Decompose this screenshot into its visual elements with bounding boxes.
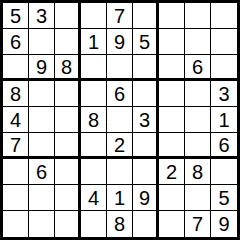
sudoku-cell-r2c3[interactable] [55,29,81,55]
sudoku-cell-r3c8: 6 [185,55,211,81]
sudoku-cell-r7c2: 6 [29,159,55,185]
sudoku-cell-r1c5: 7 [107,3,133,29]
sudoku-board: 537619598686348317266284195879 [0,0,240,240]
sudoku-cell-r7c4[interactable] [81,159,107,185]
sudoku-cell-r3c6[interactable] [133,55,159,81]
sudoku-cell-r6c7[interactable] [159,133,185,159]
sudoku-cell-r1c7[interactable] [159,3,185,29]
sudoku-cell-r2c2[interactable] [29,29,55,55]
sudoku-cell-r6c2[interactable] [29,133,55,159]
sudoku-cell-r9c8: 7 [185,211,211,237]
sudoku-cell-r9c2[interactable] [29,211,55,237]
sudoku-cell-r6c6[interactable] [133,133,159,159]
sudoku-cell-r8c3[interactable] [55,185,81,211]
sudoku-cell-r5c8[interactable] [185,107,211,133]
sudoku-cell-r2c8[interactable] [185,29,211,55]
sudoku-cell-r7c3[interactable] [55,159,81,185]
sudoku-cell-r1c8[interactable] [185,3,211,29]
sudoku-cell-r6c5: 2 [107,133,133,159]
sudoku-cell-r8c5: 1 [107,185,133,211]
sudoku-cell-r8c9: 5 [211,185,237,211]
sudoku-cell-r8c7[interactable] [159,185,185,211]
sudoku-cell-r4c5: 6 [107,81,133,107]
sudoku-cell-r5c4: 8 [81,107,107,133]
sudoku-cell-r3c9[interactable] [211,55,237,81]
sudoku-cell-r7c7: 2 [159,159,185,185]
sudoku-cell-r1c9[interactable] [211,3,237,29]
sudoku-cell-r5c6: 3 [133,107,159,133]
sudoku-cell-r4c8[interactable] [185,81,211,107]
sudoku-cell-r5c9: 1 [211,107,237,133]
sudoku-cell-r6c1: 7 [3,133,29,159]
sudoku-cell-r5c3[interactable] [55,107,81,133]
sudoku-cell-r2c7[interactable] [159,29,185,55]
sudoku-cell-r5c1: 4 [3,107,29,133]
sudoku-cell-r2c6: 5 [133,29,159,55]
sudoku-cell-r9c6[interactable] [133,211,159,237]
sudoku-cell-r1c6[interactable] [133,3,159,29]
sudoku-cell-r4c1: 8 [3,81,29,107]
sudoku-cell-r4c6[interactable] [133,81,159,107]
sudoku-cell-r8c8[interactable] [185,185,211,211]
sudoku-cell-r6c3[interactable] [55,133,81,159]
sudoku-cell-r9c9: 9 [211,211,237,237]
sudoku-cell-r9c1[interactable] [3,211,29,237]
sudoku-cell-r3c2: 9 [29,55,55,81]
sudoku-cell-r1c3[interactable] [55,3,81,29]
sudoku-cell-r9c3[interactable] [55,211,81,237]
sudoku-cell-r6c9: 6 [211,133,237,159]
sudoku-cell-r3c3: 8 [55,55,81,81]
sudoku-cell-r4c4[interactable] [81,81,107,107]
sudoku-cell-r2c5: 9 [107,29,133,55]
sudoku-cell-r3c4[interactable] [81,55,107,81]
sudoku-cell-r8c2[interactable] [29,185,55,211]
sudoku-cell-r5c2[interactable] [29,107,55,133]
sudoku-cell-r4c3[interactable] [55,81,81,107]
sudoku-cell-r4c9: 3 [211,81,237,107]
sudoku-cell-r3c1[interactable] [3,55,29,81]
sudoku-cell-r2c1: 6 [3,29,29,55]
sudoku-cell-r7c5[interactable] [107,159,133,185]
sudoku-cell-r2c9[interactable] [211,29,237,55]
sudoku-cell-r7c6[interactable] [133,159,159,185]
sudoku-cell-r1c1: 5 [3,3,29,29]
sudoku-cell-r8c6: 9 [133,185,159,211]
sudoku-cell-r4c2[interactable] [29,81,55,107]
sudoku-cell-r9c7[interactable] [159,211,185,237]
sudoku-cell-r8c1[interactable] [3,185,29,211]
sudoku-cell-r4c7[interactable] [159,81,185,107]
sudoku-cell-r9c5: 8 [107,211,133,237]
sudoku-cell-r5c5[interactable] [107,107,133,133]
sudoku-cell-r5c7[interactable] [159,107,185,133]
sudoku-cell-r6c4[interactable] [81,133,107,159]
sudoku-cell-r3c5[interactable] [107,55,133,81]
sudoku-cell-r9c4[interactable] [81,211,107,237]
sudoku-cell-r6c8[interactable] [185,133,211,159]
sudoku-cell-r1c2: 3 [29,3,55,29]
sudoku-cell-r3c7[interactable] [159,55,185,81]
sudoku-cell-r7c9[interactable] [211,159,237,185]
sudoku-cell-r7c1[interactable] [3,159,29,185]
sudoku-cell-r1c4[interactable] [81,3,107,29]
sudoku-cell-r8c4: 4 [81,185,107,211]
sudoku-cell-r2c4: 1 [81,29,107,55]
sudoku-cell-r7c8: 8 [185,159,211,185]
